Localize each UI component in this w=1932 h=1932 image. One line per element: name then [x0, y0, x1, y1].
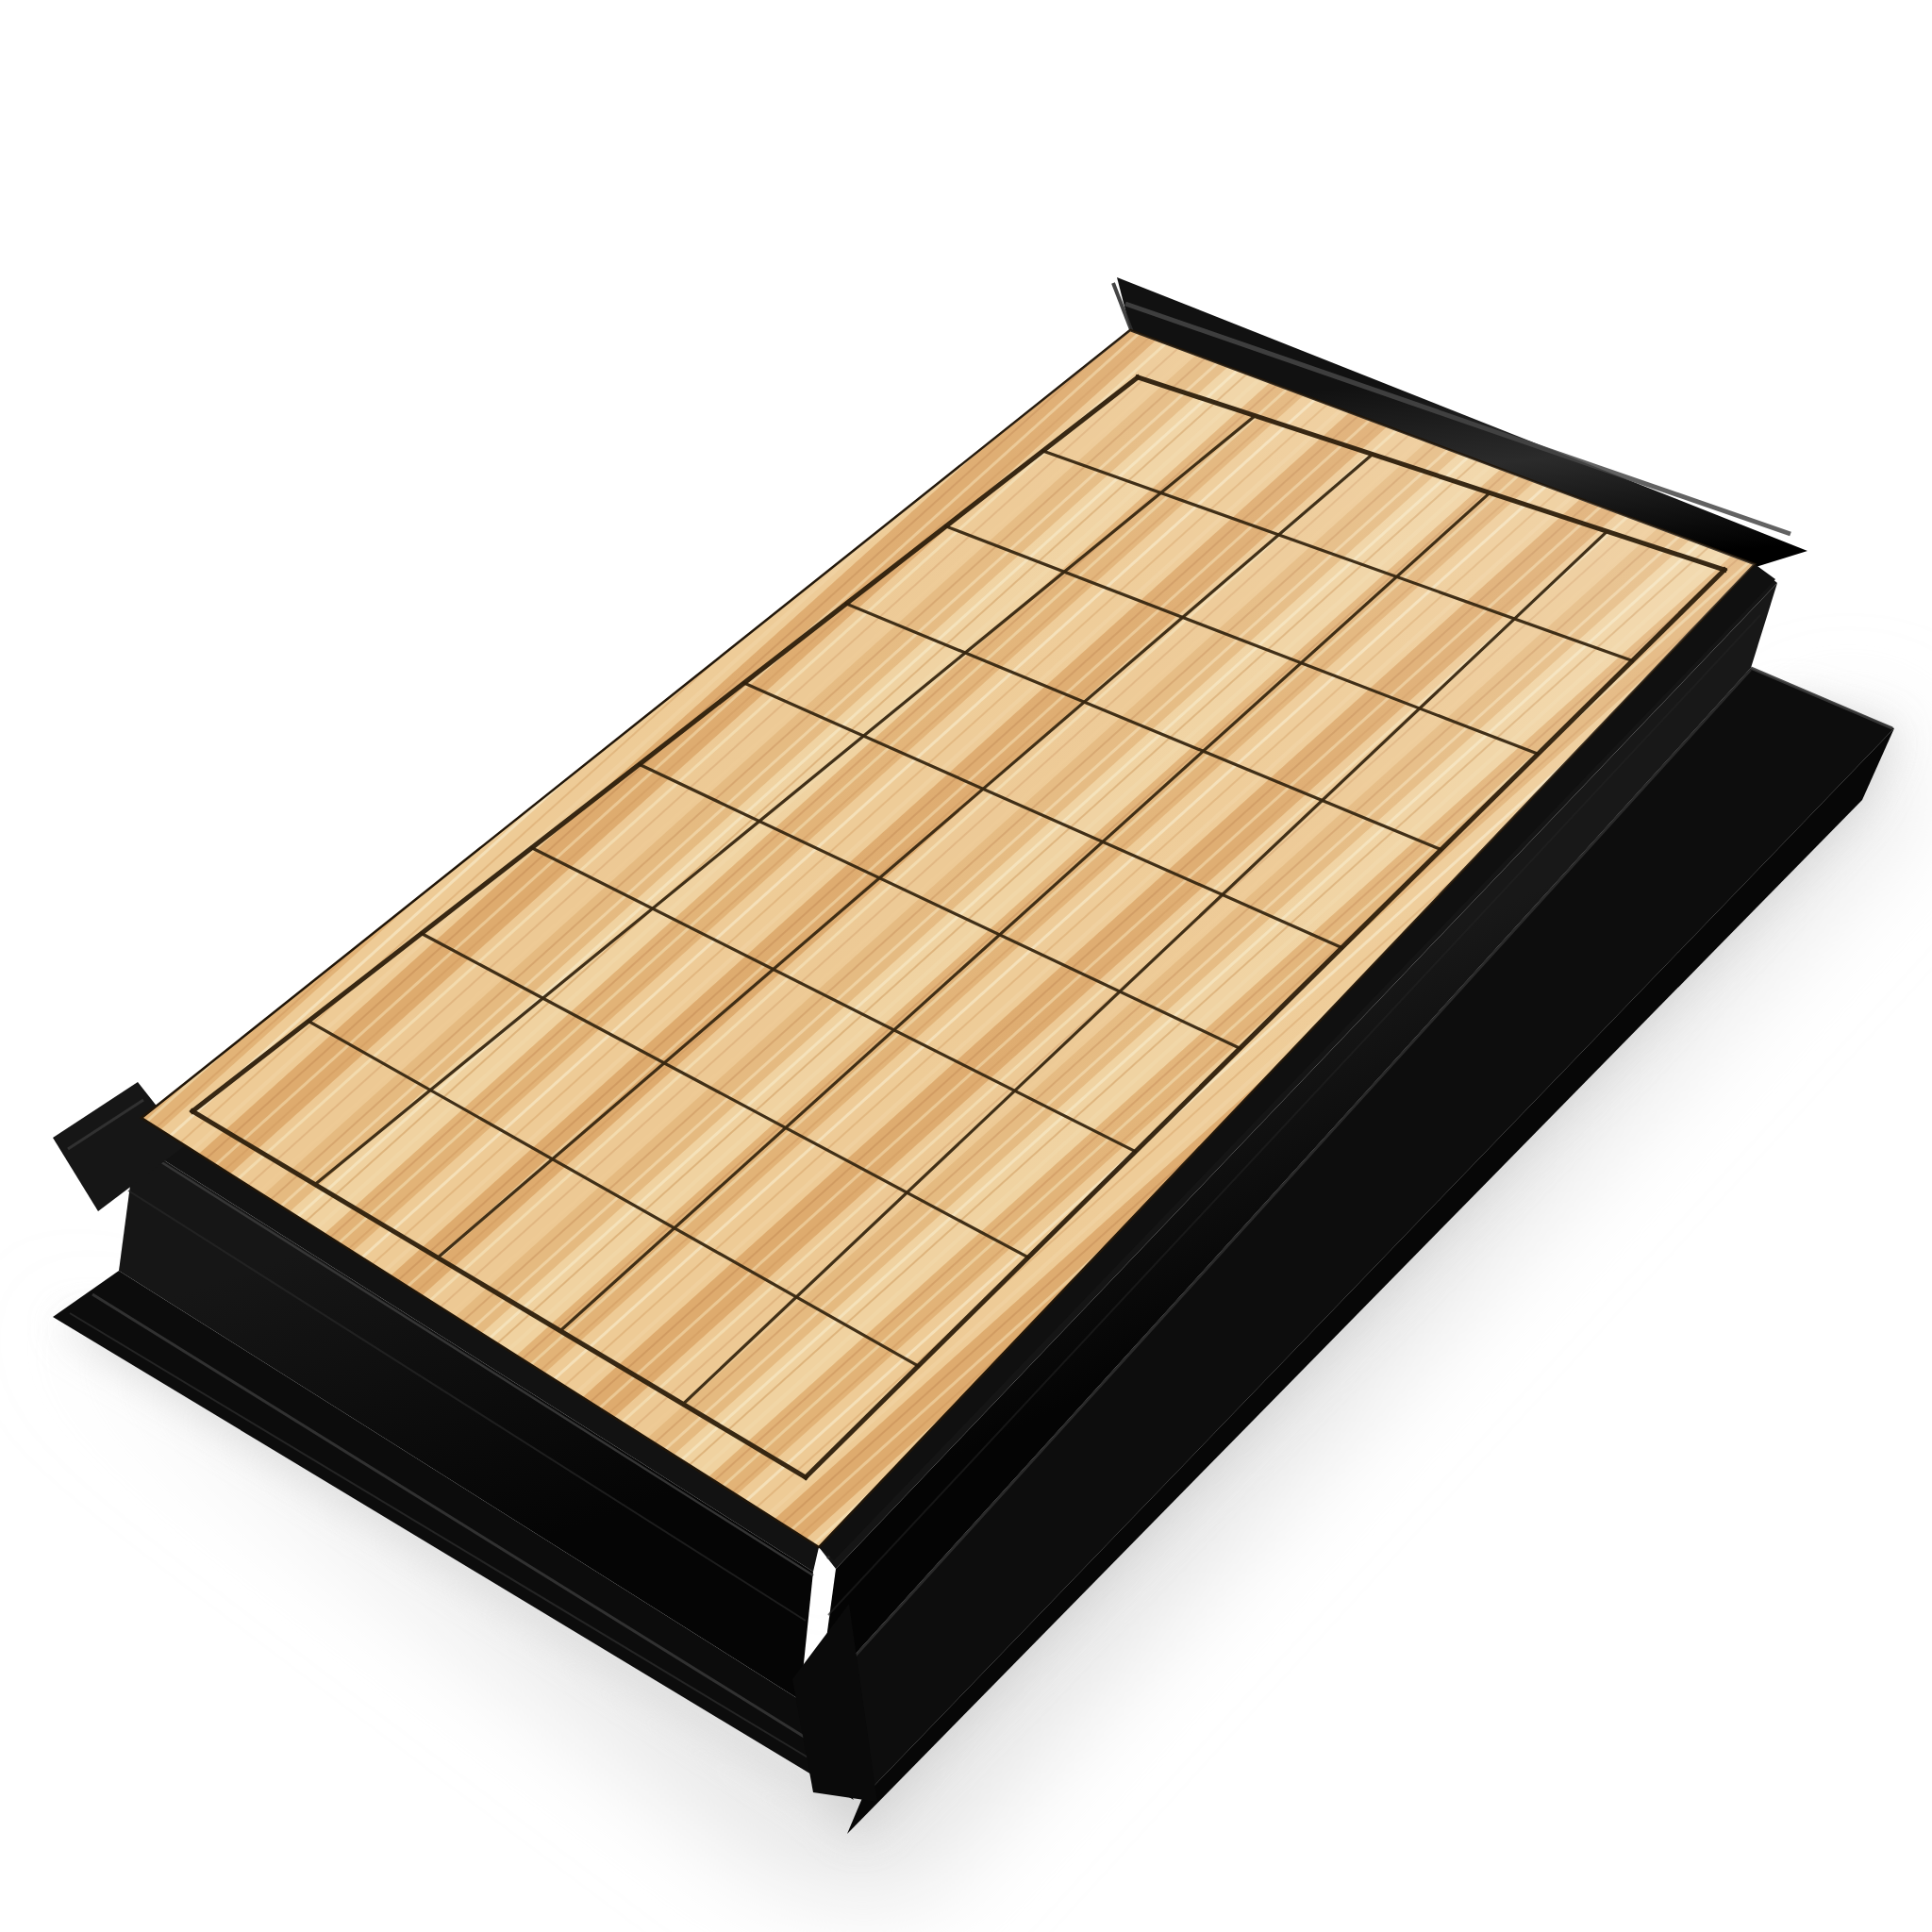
board-scene: [0, 0, 1932, 1932]
product-photo: [0, 0, 1932, 1932]
